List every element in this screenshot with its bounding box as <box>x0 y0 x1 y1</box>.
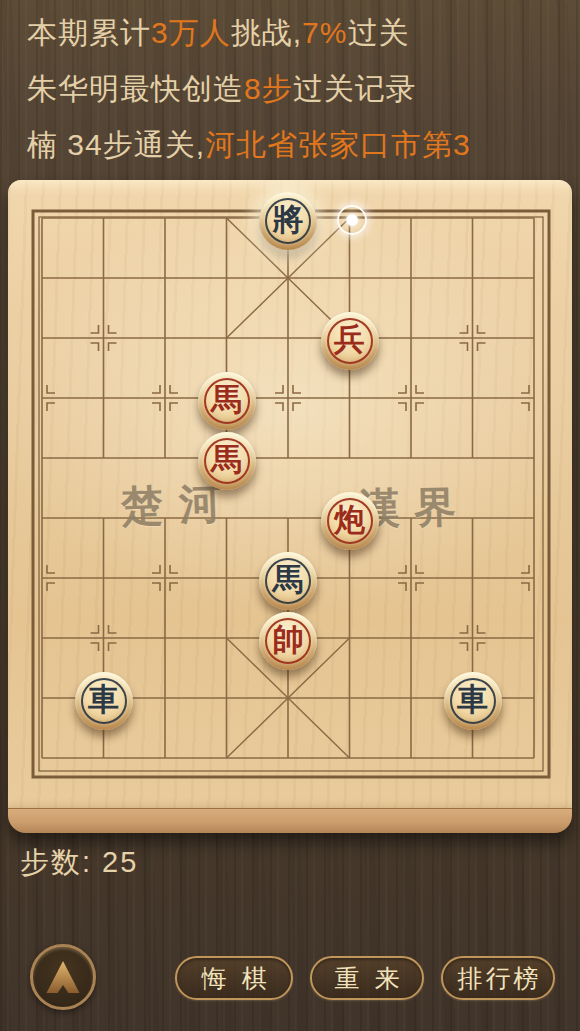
app-screen: 本期累计3万人挑战,7%过关 朱华明最快创造8步过关记录 楠 34步通关,河北省… <box>0 0 580 1031</box>
piece-black-horse[interactable]: 馬 <box>259 552 317 610</box>
piece-glyph: 馬 <box>198 371 256 429</box>
mountain-arrow-icon <box>43 957 83 997</box>
piece-glyph: 馬 <box>198 431 256 489</box>
piece-glyph: 車 <box>75 671 133 729</box>
stats-line-record: 朱华明最快创造8步过关记录 <box>27 72 417 106</box>
stats-line-challengers: 本期累计3万人挑战,7%过关 <box>27 16 409 50</box>
board-bevel-edge <box>8 808 572 833</box>
xiangqi-board[interactable]: 楚河 漢界 將兵馬馬炮馬帥車車 <box>8 180 572 833</box>
piece-glyph: 將 <box>259 191 317 249</box>
piece-black-general[interactable]: 將 <box>259 192 317 250</box>
piece-glyph: 炮 <box>321 491 379 549</box>
piece-glyph: 車 <box>444 671 502 729</box>
restart-button[interactable]: 重来 <box>310 956 424 1000</box>
piece-red-horse[interactable]: 馬 <box>198 432 256 490</box>
expand-menu-button[interactable] <box>30 944 96 1010</box>
piece-red-general[interactable]: 帥 <box>259 612 317 670</box>
piece-black-chariot[interactable]: 車 <box>75 672 133 730</box>
last-move-marker <box>337 205 367 235</box>
piece-glyph: 兵 <box>321 311 379 369</box>
piece-glyph: 馬 <box>259 551 317 609</box>
piece-black-chariot[interactable]: 車 <box>444 672 502 730</box>
undo-button[interactable]: 悔棋 <box>175 956 293 1000</box>
piece-red-horse[interactable]: 馬 <box>198 372 256 430</box>
piece-glyph: 帥 <box>259 611 317 669</box>
piece-red-cannon[interactable]: 炮 <box>321 492 379 550</box>
piece-red-soldier[interactable]: 兵 <box>321 312 379 370</box>
leaderboard-button[interactable]: 排行榜 <box>441 956 555 1000</box>
move-counter: 步数:25 <box>20 843 138 883</box>
stats-line-ticker: 楠 34步通关,河北省张家口市第3 <box>27 128 471 162</box>
